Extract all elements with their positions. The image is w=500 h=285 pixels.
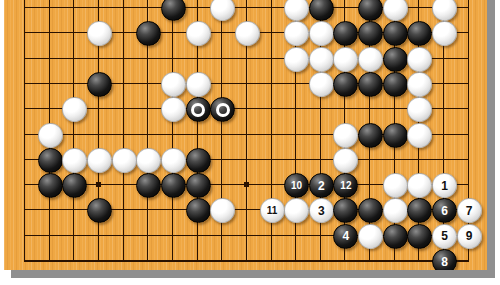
black-stone	[186, 148, 211, 173]
white-stone	[309, 72, 334, 97]
white-stone	[309, 47, 334, 72]
white-stone	[407, 47, 432, 72]
black-stone	[186, 198, 211, 223]
white-stone	[407, 97, 432, 122]
white-stone	[284, 198, 309, 223]
black-stone	[358, 21, 383, 46]
white-stone	[112, 148, 137, 173]
black-stone	[383, 123, 408, 148]
black-stone	[358, 198, 383, 223]
numbered-white-stone-3: 3	[309, 198, 334, 223]
black-stone	[136, 173, 161, 198]
go-board-surface[interactable]: 102121113674598	[4, 0, 487, 270]
black-stone	[407, 224, 432, 249]
white-stone	[38, 123, 63, 148]
black-stone	[383, 224, 408, 249]
white-stone	[383, 0, 408, 21]
black-stone	[161, 0, 186, 21]
black-stone	[87, 72, 112, 97]
black-stone	[333, 21, 358, 46]
numbered-white-stone-5: 5	[432, 224, 457, 249]
white-stone	[87, 148, 112, 173]
circle-mark	[216, 103, 230, 117]
move-number-label: 10	[291, 181, 302, 191]
move-number-label: 11	[267, 206, 278, 216]
star-point	[96, 182, 101, 187]
white-stone	[383, 198, 408, 223]
black-stone	[333, 198, 358, 223]
black-stone	[62, 173, 87, 198]
white-stone	[210, 0, 235, 21]
white-stone	[186, 21, 211, 46]
white-stone	[407, 123, 432, 148]
grid-line-horizontal	[24, 108, 469, 109]
board-shadow-bottom	[11, 270, 495, 278]
numbered-white-stone-7: 7	[457, 198, 482, 223]
white-stone	[186, 72, 211, 97]
move-number-label: 4	[343, 230, 350, 242]
star-point	[244, 182, 249, 187]
white-stone	[358, 224, 383, 249]
marked-black-stone	[186, 97, 211, 122]
white-stone	[407, 173, 432, 198]
white-stone	[136, 148, 161, 173]
black-stone	[383, 21, 408, 46]
black-stone	[407, 21, 432, 46]
white-stone	[87, 21, 112, 46]
move-number-label: 9	[466, 230, 473, 242]
white-stone	[161, 72, 186, 97]
black-stone	[161, 173, 186, 198]
white-stone	[161, 97, 186, 122]
grid-line-vertical	[73, 0, 74, 262]
black-stone	[383, 47, 408, 72]
numbered-black-stone-6: 6	[432, 198, 457, 223]
marked-black-stone	[210, 97, 235, 122]
black-stone	[136, 21, 161, 46]
numbered-white-stone-11: 11	[260, 198, 285, 223]
move-number-label: 12	[340, 181, 351, 191]
move-number-label: 6	[441, 205, 448, 217]
white-stone	[358, 47, 383, 72]
move-number-label: 1	[441, 180, 448, 192]
white-stone	[210, 198, 235, 223]
move-number-label: 2	[318, 180, 325, 192]
white-stone	[284, 21, 309, 46]
black-stone	[407, 198, 432, 223]
white-stone	[333, 123, 358, 148]
black-stone	[358, 123, 383, 148]
grid-line-vertical	[24, 0, 25, 262]
white-stone	[333, 47, 358, 72]
white-stone	[161, 148, 186, 173]
black-stone	[333, 72, 358, 97]
white-stone	[62, 97, 87, 122]
numbered-black-stone-2: 2	[309, 173, 334, 198]
move-number-label: 5	[441, 230, 448, 242]
grid-line-vertical	[123, 0, 124, 262]
numbered-black-stone-4: 4	[333, 224, 358, 249]
black-stone	[383, 72, 408, 97]
white-stone	[432, 21, 457, 46]
white-stone	[235, 21, 260, 46]
grid-line-vertical	[172, 0, 173, 262]
white-stone	[284, 47, 309, 72]
white-stone	[309, 21, 334, 46]
black-stone	[87, 198, 112, 223]
white-stone	[284, 0, 309, 21]
black-stone	[38, 173, 63, 198]
move-number-label: 3	[318, 205, 325, 217]
white-stone	[383, 173, 408, 198]
white-stone	[62, 148, 87, 173]
numbered-black-stone-10: 10	[284, 173, 309, 198]
numbered-white-stone-9: 9	[457, 224, 482, 249]
black-stone	[358, 72, 383, 97]
white-stone	[333, 148, 358, 173]
black-stone	[186, 173, 211, 198]
black-stone	[309, 0, 334, 21]
circle-mark	[191, 103, 205, 117]
black-stone	[38, 148, 63, 173]
numbered-white-stone-1: 1	[432, 173, 457, 198]
numbered-black-stone-12: 12	[333, 173, 358, 198]
white-stone	[432, 0, 457, 21]
numbered-black-stone-8: 8	[432, 249, 457, 270]
board-shadow-right	[487, 0, 495, 278]
black-stone	[358, 0, 383, 21]
move-number-label: 7	[466, 205, 473, 217]
grid-line-horizontal	[24, 260, 469, 262]
move-number-label: 8	[441, 256, 448, 268]
white-stone	[407, 72, 432, 97]
